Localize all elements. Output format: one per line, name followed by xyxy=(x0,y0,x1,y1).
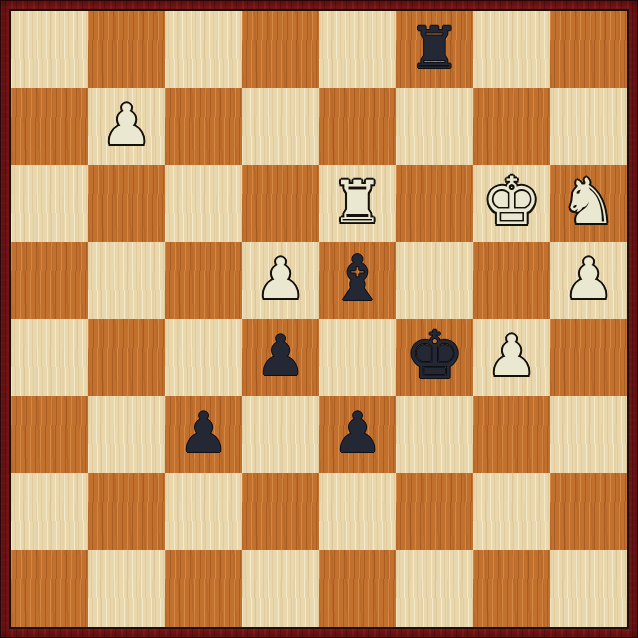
square-a7[interactable] xyxy=(11,88,88,165)
square-f2[interactable] xyxy=(396,473,473,550)
square-a3[interactable] xyxy=(11,396,88,473)
square-d3[interactable] xyxy=(242,396,319,473)
piece-black-king[interactable]: ♚ xyxy=(405,323,464,389)
piece-white-king[interactable]: ♚ xyxy=(482,169,541,235)
piece-white-rook[interactable]: ♜ xyxy=(332,173,384,231)
piece-black-pawn[interactable]: ♟ xyxy=(178,405,228,461)
square-c1[interactable] xyxy=(165,550,242,627)
square-d4[interactable]: ♟ xyxy=(242,319,319,396)
square-c6[interactable] xyxy=(165,165,242,242)
square-c2[interactable] xyxy=(165,473,242,550)
square-d5[interactable]: ♟ xyxy=(242,242,319,319)
square-h7[interactable] xyxy=(550,88,627,165)
square-g5[interactable] xyxy=(473,242,550,319)
square-d2[interactable] xyxy=(242,473,319,550)
board-frame: ♜♟♜♚♞♟♝♟♟♚♟♟♟ xyxy=(0,0,638,638)
square-h1[interactable] xyxy=(550,550,627,627)
square-c4[interactable] xyxy=(165,319,242,396)
square-e4[interactable] xyxy=(319,319,396,396)
square-g2[interactable] xyxy=(473,473,550,550)
piece-black-bishop[interactable]: ♝ xyxy=(329,247,385,310)
square-d8[interactable] xyxy=(242,11,319,88)
square-c8[interactable] xyxy=(165,11,242,88)
piece-white-pawn[interactable]: ♟ xyxy=(255,251,305,307)
piece-white-pawn[interactable]: ♟ xyxy=(563,251,613,307)
square-f7[interactable] xyxy=(396,88,473,165)
square-e1[interactable] xyxy=(319,550,396,627)
square-f3[interactable] xyxy=(396,396,473,473)
chess-board: ♜♟♜♚♞♟♝♟♟♚♟♟♟ xyxy=(11,11,627,627)
square-e6[interactable]: ♜ xyxy=(319,165,396,242)
piece-black-rook[interactable]: ♜ xyxy=(409,19,461,77)
square-g8[interactable] xyxy=(473,11,550,88)
square-e5[interactable]: ♝ xyxy=(319,242,396,319)
square-f8[interactable]: ♜ xyxy=(396,11,473,88)
piece-black-pawn[interactable]: ♟ xyxy=(255,328,305,384)
square-a1[interactable] xyxy=(11,550,88,627)
square-f1[interactable] xyxy=(396,550,473,627)
piece-white-pawn[interactable]: ♟ xyxy=(486,328,536,384)
square-h2[interactable] xyxy=(550,473,627,550)
square-a8[interactable] xyxy=(11,11,88,88)
board-inner-line: ♜♟♜♚♞♟♝♟♟♚♟♟♟ xyxy=(9,9,629,629)
square-g3[interactable] xyxy=(473,396,550,473)
square-b2[interactable] xyxy=(88,473,165,550)
square-g6[interactable]: ♚ xyxy=(473,165,550,242)
square-h6[interactable]: ♞ xyxy=(550,165,627,242)
piece-white-knight[interactable]: ♞ xyxy=(560,170,616,233)
square-b6[interactable] xyxy=(88,165,165,242)
square-h3[interactable] xyxy=(550,396,627,473)
square-a4[interactable] xyxy=(11,319,88,396)
square-h4[interactable] xyxy=(550,319,627,396)
square-f4[interactable]: ♚ xyxy=(396,319,473,396)
square-d7[interactable] xyxy=(242,88,319,165)
square-h5[interactable]: ♟ xyxy=(550,242,627,319)
piece-white-pawn[interactable]: ♟ xyxy=(101,97,151,153)
square-d1[interactable] xyxy=(242,550,319,627)
square-a5[interactable] xyxy=(11,242,88,319)
square-b5[interactable] xyxy=(88,242,165,319)
square-d6[interactable] xyxy=(242,165,319,242)
square-e8[interactable] xyxy=(319,11,396,88)
square-g4[interactable]: ♟ xyxy=(473,319,550,396)
square-g7[interactable] xyxy=(473,88,550,165)
square-e7[interactable] xyxy=(319,88,396,165)
square-c7[interactable] xyxy=(165,88,242,165)
square-c3[interactable]: ♟ xyxy=(165,396,242,473)
square-b1[interactable] xyxy=(88,550,165,627)
square-e3[interactable]: ♟ xyxy=(319,396,396,473)
square-f5[interactable] xyxy=(396,242,473,319)
square-g1[interactable] xyxy=(473,550,550,627)
square-b4[interactable] xyxy=(88,319,165,396)
square-a2[interactable] xyxy=(11,473,88,550)
square-b8[interactable] xyxy=(88,11,165,88)
square-a6[interactable] xyxy=(11,165,88,242)
square-e2[interactable] xyxy=(319,473,396,550)
square-f6[interactable] xyxy=(396,165,473,242)
square-c5[interactable] xyxy=(165,242,242,319)
square-b3[interactable] xyxy=(88,396,165,473)
square-b7[interactable]: ♟ xyxy=(88,88,165,165)
square-h8[interactable] xyxy=(550,11,627,88)
piece-black-pawn[interactable]: ♟ xyxy=(332,405,382,461)
